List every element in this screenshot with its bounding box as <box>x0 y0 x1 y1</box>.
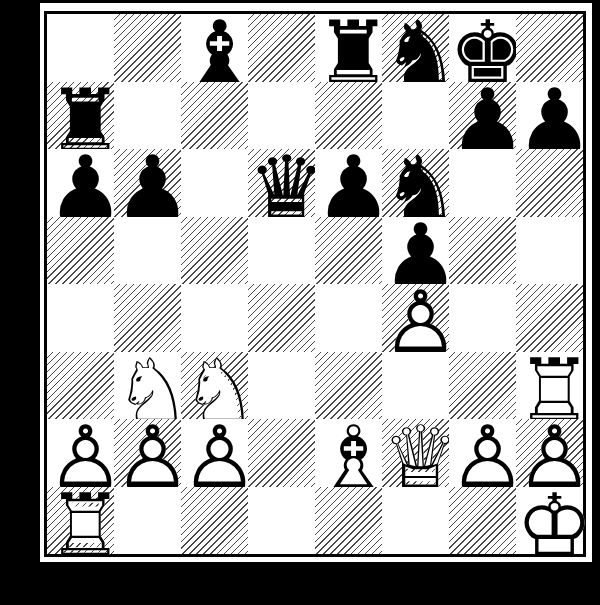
square-g6[interactable] <box>449 149 516 217</box>
square-e2[interactable]: ♝♗ <box>315 419 382 487</box>
diagram-background: ♝♜♞♚♜♟♟♟♟♛♟♞♟♟♙♞♘♞♘♜♖♟♙♟♙♟♙♝♗♛♕♟♙♟♙♜♖♚♔ <box>0 0 600 605</box>
square-b1[interactable] <box>114 487 181 555</box>
square-f2[interactable]: ♛♕ <box>382 419 449 487</box>
square-c7[interactable] <box>181 82 248 150</box>
square-h6[interactable] <box>516 149 583 217</box>
square-d2[interactable] <box>248 419 315 487</box>
black-bishop[interactable]: ♝ <box>181 19 248 87</box>
piece-outline-layer: ♔ <box>516 475 593 575</box>
white-pawn[interactable]: ♟♙ <box>181 424 248 492</box>
square-h7[interactable]: ♟ <box>516 82 583 150</box>
square-e5[interactable] <box>315 217 382 285</box>
square-h1[interactable]: ♚♔ <box>516 487 583 555</box>
white-rook[interactable]: ♜♖ <box>47 492 114 560</box>
square-c2[interactable]: ♟♙ <box>181 419 248 487</box>
square-d6[interactable]: ♛ <box>248 149 315 217</box>
chess-board: ♝♜♞♚♜♟♟♟♟♛♟♞♟♟♙♞♘♞♘♜♖♟♙♟♙♟♙♝♗♛♕♟♙♟♙♜♖♚♔ <box>47 14 583 554</box>
square-c5[interactable] <box>181 217 248 285</box>
square-a5[interactable] <box>47 217 114 285</box>
square-d8[interactable] <box>248 14 315 82</box>
white-queen[interactable]: ♛♕ <box>382 424 449 492</box>
square-g2[interactable]: ♟♙ <box>449 419 516 487</box>
board-frame: ♝♜♞♚♜♟♟♟♟♛♟♞♟♟♙♞♘♞♘♜♖♟♙♟♙♟♙♝♗♛♕♟♙♟♙♜♖♚♔ <box>44 11 586 557</box>
white-king[interactable]: ♚♔ <box>516 492 583 560</box>
square-d3[interactable] <box>248 352 315 420</box>
square-g1[interactable] <box>449 487 516 555</box>
square-e4[interactable] <box>315 284 382 352</box>
square-e1[interactable] <box>315 487 382 555</box>
white-pawn[interactable]: ♟♙ <box>382 289 449 357</box>
black-queen[interactable]: ♛ <box>248 154 315 222</box>
square-a4[interactable] <box>47 284 114 352</box>
square-e8[interactable]: ♜ <box>315 14 382 82</box>
piece-outline-layer: ♖ <box>47 475 124 575</box>
board-panel: ♝♜♞♚♜♟♟♟♟♛♟♞♟♟♙♞♘♞♘♜♖♟♙♟♙♟♙♝♗♛♕♟♙♟♙♜♖♚♔ <box>40 3 592 562</box>
white-pawn[interactable]: ♟♙ <box>449 424 516 492</box>
white-bishop[interactable]: ♝♗ <box>315 424 382 492</box>
square-h5[interactable] <box>516 217 583 285</box>
black-rook[interactable]: ♜ <box>315 19 382 87</box>
white-pawn[interactable]: ♟♙ <box>114 424 181 492</box>
black-pawn[interactable]: ♟ <box>516 87 583 155</box>
square-f1[interactable] <box>382 487 449 555</box>
square-g7[interactable]: ♟ <box>449 82 516 150</box>
square-g5[interactable] <box>449 217 516 285</box>
square-g4[interactable] <box>449 284 516 352</box>
black-pawn[interactable]: ♟ <box>114 154 181 222</box>
black-pawn[interactable]: ♟ <box>315 154 382 222</box>
black-pawn[interactable]: ♟ <box>47 154 114 222</box>
square-b8[interactable] <box>114 14 181 82</box>
square-c1[interactable] <box>181 487 248 555</box>
square-b5[interactable] <box>114 217 181 285</box>
square-d5[interactable] <box>248 217 315 285</box>
square-f4[interactable]: ♟♙ <box>382 284 449 352</box>
square-e6[interactable]: ♟ <box>315 149 382 217</box>
black-knight[interactable]: ♞ <box>382 19 449 87</box>
square-b6[interactable]: ♟ <box>114 149 181 217</box>
square-f8[interactable]: ♞ <box>382 14 449 82</box>
square-d1[interactable] <box>248 487 315 555</box>
square-a6[interactable]: ♟ <box>47 149 114 217</box>
square-b2[interactable]: ♟♙ <box>114 419 181 487</box>
square-c8[interactable]: ♝ <box>181 14 248 82</box>
square-d4[interactable] <box>248 284 315 352</box>
black-pawn[interactable]: ♟ <box>449 87 516 155</box>
square-a1[interactable]: ♜♖ <box>47 487 114 555</box>
square-c6[interactable] <box>181 149 248 217</box>
